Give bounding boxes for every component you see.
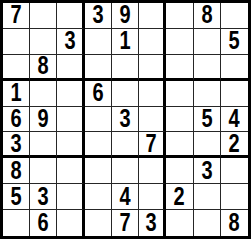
cell-r6c5[interactable] (112, 132, 139, 158)
cell-r2c2[interactable] (30, 29, 57, 55)
cell-r4c2[interactable] (30, 81, 57, 107)
cell-r7c6[interactable] (139, 158, 166, 184)
cell-r9c3[interactable] (57, 210, 84, 236)
cell-r9c5: 7 (112, 210, 139, 236)
cell-r6c6: 7 (139, 132, 166, 158)
given-digit: 8 (38, 55, 49, 79)
cell-r5c5: 3 (112, 107, 139, 133)
cell-r4c1: 1 (3, 81, 30, 107)
cell-r1c1: 7 (3, 3, 30, 29)
cell-r6c8[interactable] (194, 132, 221, 158)
cell-r4c4: 6 (85, 81, 112, 107)
given-digit: 9 (119, 3, 130, 28)
cell-r8c6[interactable] (139, 184, 166, 210)
cell-r4c8[interactable] (194, 81, 221, 107)
cell-r9c2: 6 (30, 210, 57, 236)
given-digit: 6 (38, 210, 49, 236)
cell-r3c3[interactable] (57, 55, 84, 81)
given-digit: 2 (174, 184, 185, 209)
cell-r7c2[interactable] (30, 158, 57, 184)
cell-r5c4[interactable] (85, 107, 112, 133)
cell-r6c7[interactable] (166, 132, 193, 158)
cell-r9c1[interactable] (3, 210, 30, 236)
cell-r1c9[interactable] (221, 3, 248, 29)
cell-r7c8: 3 (194, 158, 221, 184)
cell-r5c6[interactable] (139, 107, 166, 133)
cell-r6c1: 3 (3, 132, 30, 158)
cell-r8c9[interactable] (221, 184, 248, 210)
given-digit: 1 (119, 29, 130, 54)
given-digit: 3 (64, 29, 75, 54)
cell-r7c9[interactable] (221, 158, 248, 184)
cell-r9c9: 8 (221, 210, 248, 236)
cell-r2c7[interactable] (166, 29, 193, 55)
given-digit: 6 (92, 81, 103, 106)
given-digit: 8 (201, 3, 212, 28)
cell-r5c1: 6 (3, 107, 30, 133)
cell-r3c1[interactable] (3, 55, 30, 81)
cell-r4c3[interactable] (57, 81, 84, 107)
cell-r5c7[interactable] (166, 107, 193, 133)
cell-r3c8[interactable] (194, 55, 221, 81)
given-digit: 4 (119, 184, 130, 209)
cell-r1c2[interactable] (30, 3, 57, 29)
cell-r9c6: 3 (139, 210, 166, 236)
given-digit: 8 (11, 158, 22, 183)
cell-r4c7[interactable] (166, 81, 193, 107)
cell-r3c9[interactable] (221, 55, 248, 81)
cell-r2c9: 5 (221, 29, 248, 55)
given-digit: 3 (92, 3, 103, 28)
given-digit: 5 (11, 184, 22, 209)
cell-r4c9[interactable] (221, 81, 248, 107)
given-digit: 2 (229, 132, 240, 156)
cell-r8c2: 3 (30, 184, 57, 210)
cell-r2c6[interactable] (139, 29, 166, 55)
given-digit: 9 (38, 107, 49, 132)
given-digit: 6 (11, 107, 22, 132)
cell-r3c5[interactable] (112, 55, 139, 81)
cell-r2c8[interactable] (194, 29, 221, 55)
given-digit: 4 (229, 107, 240, 132)
cell-r5c8: 5 (194, 107, 221, 133)
given-digit: 3 (11, 132, 22, 156)
cell-r8c1: 5 (3, 184, 30, 210)
cell-r3c4[interactable] (85, 55, 112, 81)
given-digit: 3 (119, 107, 130, 132)
cell-r7c3[interactable] (57, 158, 84, 184)
cell-r2c3: 3 (57, 29, 84, 55)
given-digit: 3 (201, 158, 212, 183)
cell-r9c4[interactable] (85, 210, 112, 236)
cell-r8c4[interactable] (85, 184, 112, 210)
cell-r7c1: 8 (3, 158, 30, 184)
cell-r1c5: 9 (112, 3, 139, 29)
cell-r4c6[interactable] (139, 81, 166, 107)
given-digit: 7 (146, 132, 157, 156)
given-digit: 5 (229, 29, 240, 54)
cell-r1c6[interactable] (139, 3, 166, 29)
cell-r8c5: 4 (112, 184, 139, 210)
cell-r2c5: 1 (112, 29, 139, 55)
cell-r8c7: 2 (166, 184, 193, 210)
cell-r2c1[interactable] (3, 29, 30, 55)
cell-r1c7[interactable] (166, 3, 193, 29)
cell-r8c3[interactable] (57, 184, 84, 210)
given-digit: 5 (201, 107, 212, 132)
sudoku-board: 7398315816693543728353426738 (0, 0, 251, 239)
cell-r5c3[interactable] (57, 107, 84, 133)
cell-r1c4: 3 (85, 3, 112, 29)
cell-r7c7[interactable] (166, 158, 193, 184)
cell-r1c3[interactable] (57, 3, 84, 29)
cell-r6c4[interactable] (85, 132, 112, 158)
cell-r6c9: 2 (221, 132, 248, 158)
cell-r3c6[interactable] (139, 55, 166, 81)
cell-r8c8[interactable] (194, 184, 221, 210)
cell-r6c2[interactable] (30, 132, 57, 158)
cell-r5c9: 4 (221, 107, 248, 133)
given-digit: 7 (119, 210, 130, 236)
cell-r9c8[interactable] (194, 210, 221, 236)
given-digit: 8 (229, 210, 240, 236)
cell-r6c3[interactable] (57, 132, 84, 158)
cell-r5c2: 9 (30, 107, 57, 133)
cell-r3c2: 8 (30, 55, 57, 81)
given-digit: 3 (146, 210, 157, 236)
cell-r2c4[interactable] (85, 29, 112, 55)
cell-r9c7[interactable] (166, 210, 193, 236)
cell-r7c4[interactable] (85, 158, 112, 184)
cell-r4c5[interactable] (112, 81, 139, 107)
given-digit: 1 (11, 81, 22, 106)
given-digit: 7 (11, 3, 22, 28)
given-digit: 3 (38, 184, 49, 209)
cell-r7c5[interactable] (112, 158, 139, 184)
cell-r1c8: 8 (194, 3, 221, 29)
cell-r3c7[interactable] (166, 55, 193, 81)
